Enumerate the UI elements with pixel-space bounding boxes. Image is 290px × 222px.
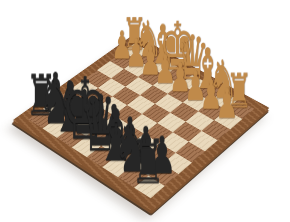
white-knight-icon: ♞ — [209, 53, 238, 105]
white-rook-icon: ♜ — [226, 66, 253, 114]
chess-board: ♜♞♝♚♛♝♞♜♟♟♟♟♟♟♟♟♟♟♟♟♟♟♟♟♜♞♝♚♛♝♞♜ — [13, 34, 270, 211]
square-c1: ♝ — [195, 83, 222, 101]
black-rook-icon: ♜ — [26, 67, 57, 123]
white-rook-icon: ♜ — [122, 11, 147, 56]
board-grid: ♜♞♝♚♛♝♞♜♟♟♟♟♟♟♟♟♟♟♟♟♟♟♟♟♜♞♝♚♛♝♞♜ — [28, 43, 254, 198]
black-pawn-icon: ♟ — [43, 65, 70, 113]
chess-set-photo: ♜♞♝♚♛♝♞♜♟♟♟♟♟♟♟♟♟♟♟♟♟♟♟♟♜♞♝♚♛♝♞♜ — [0, 0, 290, 222]
white-knight-icon: ♞ — [135, 14, 163, 64]
